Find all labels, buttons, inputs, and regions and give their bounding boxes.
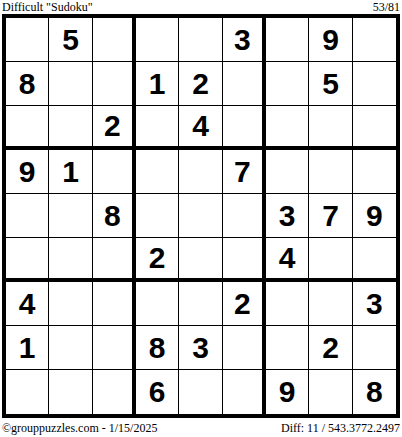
cell-r2c6[interactable]	[223, 62, 266, 106]
cell-r4c2: 1	[49, 150, 92, 194]
cell-r7c4[interactable]	[136, 282, 179, 326]
cell-r4c9[interactable]	[353, 150, 396, 194]
cell-r9c2[interactable]	[49, 370, 92, 414]
sudoku-grid: 5398125249178379244231832698	[2, 14, 400, 418]
cell-r6c1[interactable]	[6, 238, 49, 282]
cell-r3c9[interactable]	[353, 106, 396, 150]
cell-r7c1: 4	[6, 282, 49, 326]
cell-r1c8: 9	[309, 18, 352, 62]
header-bar: Difficult "Sudoku" 53/81	[2, 1, 400, 13]
cell-r5c2[interactable]	[49, 194, 92, 238]
difficulty-text: Diff: 11 / 543.3772.2497	[281, 422, 400, 435]
cell-r9c6[interactable]	[223, 370, 266, 414]
cell-r9c9: 8	[353, 370, 396, 414]
cell-r1c9[interactable]	[353, 18, 396, 62]
cell-r4c6: 7	[223, 150, 266, 194]
cell-r3c5: 4	[179, 106, 222, 150]
cell-r6c2[interactable]	[49, 238, 92, 282]
cell-r2c3[interactable]	[93, 62, 136, 106]
cell-r1c3[interactable]	[93, 18, 136, 62]
cell-r8c7[interactable]	[266, 326, 309, 370]
cell-r6c4: 2	[136, 238, 179, 282]
cell-r6c3[interactable]	[93, 238, 136, 282]
cell-r2c9[interactable]	[353, 62, 396, 106]
cell-r6c6[interactable]	[223, 238, 266, 282]
cell-r9c3[interactable]	[93, 370, 136, 414]
cell-r6c7: 4	[266, 238, 309, 282]
cell-r8c5: 3	[179, 326, 222, 370]
footer-bar: ©grouppuzzles.com - 1/15/2025 Diff: 11 /…	[2, 422, 400, 435]
cell-r3c3: 2	[93, 106, 136, 150]
cell-r5c7: 3	[266, 194, 309, 238]
puzzle-title: Difficult "Sudoku"	[2, 1, 93, 13]
cell-r2c1: 8	[6, 62, 49, 106]
cell-r5c5[interactable]	[179, 194, 222, 238]
cell-r4c8[interactable]	[309, 150, 352, 194]
cell-r1c4[interactable]	[136, 18, 179, 62]
cell-r5c6[interactable]	[223, 194, 266, 238]
cell-r9c8[interactable]	[309, 370, 352, 414]
cell-r6c5[interactable]	[179, 238, 222, 282]
cell-r8c6[interactable]	[223, 326, 266, 370]
cell-r9c4: 6	[136, 370, 179, 414]
cell-r5c3: 8	[93, 194, 136, 238]
cell-r2c7[interactable]	[266, 62, 309, 106]
cell-r2c8: 5	[309, 62, 352, 106]
cell-r3c1[interactable]	[6, 106, 49, 150]
cell-r2c5: 2	[179, 62, 222, 106]
cell-r4c5[interactable]	[179, 150, 222, 194]
cell-r2c2[interactable]	[49, 62, 92, 106]
cell-r1c1[interactable]	[6, 18, 49, 62]
cell-r2c4: 1	[136, 62, 179, 106]
cell-r5c9: 9	[353, 194, 396, 238]
cell-r8c1: 1	[6, 326, 49, 370]
cell-r1c2: 5	[49, 18, 92, 62]
cell-r8c2[interactable]	[49, 326, 92, 370]
cell-r4c3[interactable]	[93, 150, 136, 194]
cell-r7c5[interactable]	[179, 282, 222, 326]
cell-r5c1[interactable]	[6, 194, 49, 238]
cell-r6c9[interactable]	[353, 238, 396, 282]
cell-r8c4: 8	[136, 326, 179, 370]
cell-r5c4[interactable]	[136, 194, 179, 238]
cell-r7c7[interactable]	[266, 282, 309, 326]
copyright-text: ©grouppuzzles.com - 1/15/2025	[2, 422, 157, 435]
cell-r8c8: 2	[309, 326, 352, 370]
cell-r7c9: 3	[353, 282, 396, 326]
cell-r8c9[interactable]	[353, 326, 396, 370]
cell-r8c3[interactable]	[93, 326, 136, 370]
cell-r4c4[interactable]	[136, 150, 179, 194]
cell-r3c7[interactable]	[266, 106, 309, 150]
cell-r3c4[interactable]	[136, 106, 179, 150]
cell-r7c8[interactable]	[309, 282, 352, 326]
cell-r5c8: 7	[309, 194, 352, 238]
cell-r9c5[interactable]	[179, 370, 222, 414]
cell-r9c1[interactable]	[6, 370, 49, 414]
cell-r4c7[interactable]	[266, 150, 309, 194]
cell-r7c2[interactable]	[49, 282, 92, 326]
progress-counter: 53/81	[373, 1, 400, 13]
cell-r3c6[interactable]	[223, 106, 266, 150]
cell-r3c8[interactable]	[309, 106, 352, 150]
cell-r7c3[interactable]	[93, 282, 136, 326]
cell-r3c2[interactable]	[49, 106, 92, 150]
cell-r7c6: 2	[223, 282, 266, 326]
cell-r6c8[interactable]	[309, 238, 352, 282]
cell-r1c6: 3	[223, 18, 266, 62]
cell-r9c7: 9	[266, 370, 309, 414]
cell-r1c7[interactable]	[266, 18, 309, 62]
cell-r4c1: 9	[6, 150, 49, 194]
cell-r1c5[interactable]	[179, 18, 222, 62]
